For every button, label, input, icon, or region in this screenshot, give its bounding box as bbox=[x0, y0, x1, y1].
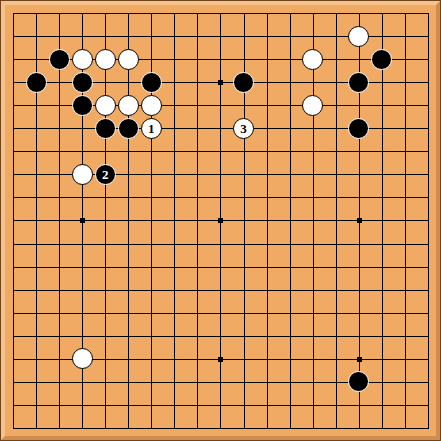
star-point bbox=[218, 357, 223, 362]
stone-white-move-3[interactable]: 3 bbox=[233, 118, 254, 139]
stone-black-move-2[interactable]: 2 bbox=[95, 164, 116, 185]
star-point bbox=[80, 218, 85, 223]
stone-white[interactable] bbox=[95, 95, 116, 116]
stone-black[interactable] bbox=[72, 95, 93, 116]
stone-black[interactable] bbox=[371, 49, 392, 70]
stone-black[interactable] bbox=[26, 72, 47, 93]
move-number: 1 bbox=[148, 122, 155, 135]
grid-line-horizontal bbox=[13, 244, 429, 245]
grid-line-horizontal bbox=[13, 267, 429, 268]
grid-line-vertical bbox=[267, 13, 268, 429]
grid-line-vertical bbox=[290, 13, 291, 429]
grid-line-horizontal bbox=[13, 405, 429, 406]
stone-white[interactable] bbox=[72, 49, 93, 70]
star-point bbox=[357, 357, 362, 362]
grid-line-vertical bbox=[336, 13, 337, 429]
grid-line-horizontal bbox=[13, 336, 429, 337]
stone-black[interactable] bbox=[348, 72, 369, 93]
stone-white[interactable] bbox=[95, 49, 116, 70]
grid-line-vertical bbox=[313, 13, 314, 429]
stone-white[interactable] bbox=[118, 95, 139, 116]
stone-black[interactable] bbox=[118, 118, 139, 139]
grid-line-horizontal bbox=[13, 313, 429, 314]
stone-black[interactable] bbox=[141, 72, 162, 93]
move-number: 2 bbox=[102, 168, 109, 181]
star-point bbox=[218, 80, 223, 85]
stone-white[interactable] bbox=[118, 49, 139, 70]
stone-white[interactable] bbox=[302, 49, 323, 70]
stone-black[interactable] bbox=[348, 118, 369, 139]
stone-white[interactable] bbox=[302, 95, 323, 116]
stone-white-move-1[interactable]: 1 bbox=[141, 118, 162, 139]
stone-white[interactable] bbox=[348, 26, 369, 47]
stone-black[interactable] bbox=[49, 49, 70, 70]
grid-line-vertical bbox=[382, 13, 383, 429]
stone-white[interactable] bbox=[141, 95, 162, 116]
go-board[interactable]: 132 bbox=[0, 0, 441, 441]
stone-black[interactable] bbox=[348, 371, 369, 392]
grid-line-vertical bbox=[405, 13, 406, 429]
grid-line-horizontal bbox=[13, 290, 429, 291]
grid-line-vertical bbox=[428, 13, 429, 429]
stone-white[interactable] bbox=[72, 348, 93, 369]
stone-black[interactable] bbox=[72, 72, 93, 93]
stone-white[interactable] bbox=[72, 164, 93, 185]
star-point bbox=[357, 218, 362, 223]
move-number: 3 bbox=[240, 122, 247, 135]
grid-line-horizontal bbox=[13, 428, 429, 429]
stone-black[interactable] bbox=[95, 118, 116, 139]
star-point bbox=[218, 218, 223, 223]
stone-black[interactable] bbox=[233, 72, 254, 93]
